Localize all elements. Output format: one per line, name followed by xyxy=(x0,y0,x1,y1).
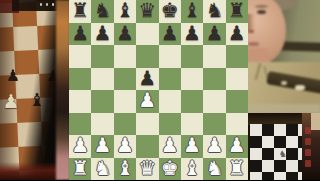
piece-white-bishop-c1[interactable]: ♝ xyxy=(116,158,134,178)
piece-black-pawn-a7[interactable]: ♟ xyxy=(71,23,89,43)
piece-white-knight-g1[interactable]: ♞ xyxy=(205,158,223,178)
piece-white-pawn-c2[interactable]: ♟ xyxy=(116,135,134,155)
square-a4[interactable] xyxy=(69,90,91,113)
spine-mark xyxy=(305,138,311,145)
person-nostril xyxy=(249,30,254,33)
piece-black-pawn-d5[interactable]: ♟ xyxy=(138,68,156,88)
spine-mark xyxy=(305,149,311,156)
spine-mark xyxy=(305,127,311,134)
square-a8[interactable]: ♜ xyxy=(69,0,91,23)
person-eye xyxy=(257,10,266,14)
square-f4[interactable] xyxy=(181,90,203,113)
square-g3[interactable] xyxy=(203,113,225,136)
piece-white-pawn-g2[interactable]: ♟ xyxy=(205,135,223,155)
blurred-background-strip xyxy=(56,0,70,180)
piece-white-pawn-b2[interactable]: ♟ xyxy=(94,135,112,155)
piece-black-king-e8[interactable]: ♚ xyxy=(161,0,179,20)
piece-black-pawn-g7[interactable]: ♟ xyxy=(205,23,223,43)
piece-black-knight-g8[interactable]: ♞ xyxy=(205,0,223,20)
piece-black-pawn-c7[interactable]: ♟ xyxy=(116,23,134,43)
right-person-photo: ♞ xyxy=(248,0,320,180)
square-b1[interactable]: ♞ xyxy=(91,158,113,181)
square-g6[interactable] xyxy=(203,45,225,68)
square-g4[interactable] xyxy=(203,90,225,113)
video-frame: ♟♟♟♝♟ ♜♞♝♛♚♝♞♜♟♟♟♟♟♟♟♟♟♟♟♟♟♟♟♟♜♞♝♛♚♝♞♜ xyxy=(0,0,320,180)
spine-mark xyxy=(305,160,311,167)
square-e4[interactable] xyxy=(159,90,181,113)
square-d3[interactable] xyxy=(136,113,158,136)
book-spine-corner xyxy=(311,113,320,130)
piece-white-knight-b1[interactable]: ♞ xyxy=(94,158,112,178)
square-c1[interactable]: ♝ xyxy=(114,158,136,181)
chess-book-photo: ♞ xyxy=(248,113,320,180)
square-d5[interactable]: ♟ xyxy=(136,68,158,91)
square-a2[interactable]: ♟ xyxy=(69,135,91,158)
square-b3[interactable] xyxy=(91,113,113,136)
square-g1[interactable]: ♞ xyxy=(203,158,225,181)
square-e7[interactable]: ♟ xyxy=(159,23,181,46)
square-c7[interactable]: ♟ xyxy=(114,23,136,46)
square-d2[interactable] xyxy=(136,135,158,158)
square-e8[interactable]: ♚ xyxy=(159,0,181,23)
square-c8[interactable]: ♝ xyxy=(114,0,136,23)
square-a5[interactable] xyxy=(69,68,91,91)
book-cover-chessboard xyxy=(250,124,302,180)
square-e3[interactable] xyxy=(159,113,181,136)
square-g5[interactable] xyxy=(203,68,225,91)
piece-white-bishop-f1[interactable]: ♝ xyxy=(183,158,201,178)
book-spine-red-marks xyxy=(305,127,311,167)
piece-white-pawn-d4[interactable]: ♟ xyxy=(138,90,156,110)
square-d4[interactable]: ♟ xyxy=(136,90,158,113)
piece-black-bishop-c8[interactable]: ♝ xyxy=(116,0,134,20)
book-cover-knight-icon: ♞ xyxy=(279,150,287,159)
square-b2[interactable]: ♟ xyxy=(91,135,113,158)
square-b7[interactable]: ♟ xyxy=(91,23,113,46)
board-photo-bottom-shadow xyxy=(0,162,62,180)
board-photo-dark-edge xyxy=(0,0,62,180)
square-g7[interactable]: ♟ xyxy=(203,23,225,46)
square-e5[interactable] xyxy=(159,68,181,91)
square-e2[interactable]: ♟ xyxy=(159,135,181,158)
square-h1[interactable]: ♜ xyxy=(226,158,248,181)
piece-black-pawn-h7[interactable]: ♟ xyxy=(228,23,246,43)
square-d7[interactable] xyxy=(136,23,158,46)
square-c4[interactable] xyxy=(114,90,136,113)
square-b5[interactable] xyxy=(91,68,113,91)
square-f6[interactable] xyxy=(181,45,203,68)
chess-board[interactable]: ♜♞♝♛♚♝♞♜♟♟♟♟♟♟♟♟♟♟♟♟♟♟♟♟♜♞♝♛♚♝♞♜ xyxy=(69,0,248,180)
square-b8[interactable]: ♞ xyxy=(91,0,113,23)
square-f5[interactable] xyxy=(181,68,203,91)
square-h8[interactable]: ♜ xyxy=(226,0,248,23)
piece-black-rook-h8[interactable]: ♜ xyxy=(228,0,246,20)
piece-white-king-e1[interactable]: ♚ xyxy=(161,158,179,178)
square-b4[interactable] xyxy=(91,90,113,113)
square-h4[interactable] xyxy=(226,90,248,113)
square-h2[interactable]: ♟ xyxy=(226,135,248,158)
square-h5[interactable] xyxy=(226,68,248,91)
person-eyebrow xyxy=(255,5,268,8)
square-a1[interactable]: ♜ xyxy=(69,158,91,181)
person-mouth xyxy=(248,42,259,46)
tiny-diagram-pieces xyxy=(40,3,42,6)
square-g2[interactable]: ♟ xyxy=(203,135,225,158)
piece-black-queen-d8[interactable]: ♛ xyxy=(138,0,156,20)
piece-white-pawn-f2[interactable]: ♟ xyxy=(183,135,201,155)
square-h3[interactable] xyxy=(226,113,248,136)
piece-white-pawn-h2[interactable]: ♟ xyxy=(228,135,246,155)
piece-white-rook-a1[interactable]: ♜ xyxy=(71,158,89,178)
piece-black-bishop-f8[interactable]: ♝ xyxy=(183,0,201,20)
piece-black-pawn-b7[interactable]: ♟ xyxy=(94,23,112,43)
piece-white-pawn-e2[interactable]: ♟ xyxy=(161,135,179,155)
person-upper-body xyxy=(248,0,320,113)
piece-black-pawn-f7[interactable]: ♟ xyxy=(183,23,201,43)
square-c2[interactable]: ♟ xyxy=(114,135,136,158)
square-h6[interactable] xyxy=(226,45,248,68)
square-a6[interactable] xyxy=(69,45,91,68)
square-b6[interactable] xyxy=(91,45,113,68)
piece-black-pawn-e7[interactable]: ♟ xyxy=(161,23,179,43)
table-edge xyxy=(248,104,320,113)
square-f8[interactable]: ♝ xyxy=(181,0,203,23)
square-d8[interactable]: ♛ xyxy=(136,0,158,23)
square-d1[interactable]: ♛ xyxy=(136,158,158,181)
square-e1[interactable]: ♚ xyxy=(159,158,181,181)
piece-black-knight-b8[interactable]: ♞ xyxy=(94,0,112,20)
square-h7[interactable]: ♟ xyxy=(226,23,248,46)
person-photo-blur-layer xyxy=(248,0,320,113)
piece-white-queen-d1[interactable]: ♛ xyxy=(138,158,156,178)
square-f2[interactable]: ♟ xyxy=(181,135,203,158)
epaulette-insignia-large xyxy=(295,85,305,90)
square-a3[interactable] xyxy=(69,113,91,136)
piece-black-rook-a8[interactable]: ♜ xyxy=(71,0,89,20)
square-f7[interactable]: ♟ xyxy=(181,23,203,46)
square-e6[interactable] xyxy=(159,45,181,68)
left-chessboard-photo: ♟♟♟♝♟ xyxy=(0,0,62,180)
square-a7[interactable]: ♟ xyxy=(69,23,91,46)
square-c6[interactable] xyxy=(114,45,136,68)
epaulette-insignia-small xyxy=(281,81,287,85)
board-photo-top-edge xyxy=(12,0,62,11)
square-d6[interactable] xyxy=(136,45,158,68)
piece-white-rook-h1[interactable]: ♜ xyxy=(228,158,246,178)
square-c5[interactable] xyxy=(114,68,136,91)
piece-white-pawn-a2[interactable]: ♟ xyxy=(71,135,89,155)
square-f1[interactable]: ♝ xyxy=(181,158,203,181)
square-g8[interactable]: ♞ xyxy=(203,0,225,23)
square-c3[interactable] xyxy=(114,113,136,136)
square-f3[interactable] xyxy=(181,113,203,136)
